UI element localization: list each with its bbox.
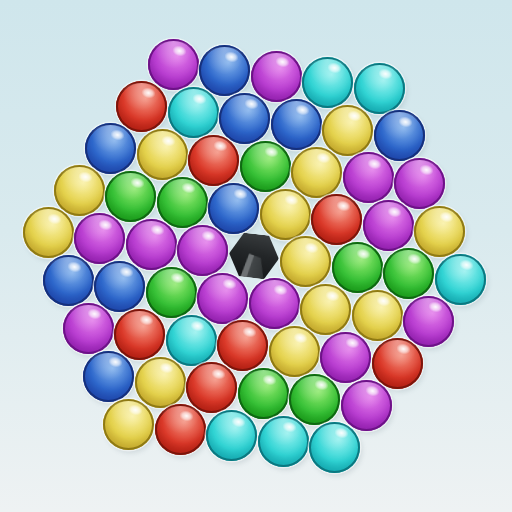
bubble-cyan <box>309 422 360 473</box>
bubble-sheen <box>192 137 235 165</box>
bubble-highlight <box>290 329 312 347</box>
bubble-highlight <box>169 42 191 60</box>
bubble-sheen <box>87 353 130 381</box>
bubble-yellow <box>322 105 373 156</box>
bubble-sheen <box>118 311 161 339</box>
bubble-cyan <box>258 416 309 467</box>
bubble-sheen <box>107 401 150 429</box>
bubble-sheen <box>336 244 379 272</box>
bubble-green <box>289 374 340 425</box>
bubble-magenta <box>126 219 177 270</box>
bubble-highlight <box>281 191 303 209</box>
bubble-sheen <box>387 250 430 278</box>
bubble-sheen <box>407 298 450 326</box>
bubble-green <box>105 171 156 222</box>
bubble-blue <box>271 99 322 150</box>
bubble-sheen <box>201 275 244 303</box>
bubble-highlight <box>220 48 242 66</box>
bubble-sheen <box>358 65 401 93</box>
bubble-sheen <box>295 149 338 177</box>
bubble-highlight <box>167 269 189 287</box>
bubble-yellow <box>291 147 342 198</box>
bubble-highlight <box>137 84 159 102</box>
bubble-sheen <box>130 221 173 249</box>
bubble-highlight <box>261 143 283 161</box>
bubble-red <box>186 362 237 413</box>
bubble-cyan <box>206 410 257 461</box>
bubble-blue <box>85 123 136 174</box>
bubble-sheen <box>244 143 287 171</box>
bubble-sheen <box>304 286 347 314</box>
bubble-sheen <box>89 125 132 153</box>
bubble-sheen <box>356 292 399 320</box>
bubble-highlight <box>115 263 137 281</box>
bubble-magenta <box>74 213 125 264</box>
bubble-blue <box>94 261 145 312</box>
bubble-magenta <box>148 39 199 90</box>
bubble-cyan <box>302 57 353 108</box>
bubble-red <box>372 338 423 389</box>
bubble-highlight <box>106 126 128 144</box>
bubble-highlight <box>126 174 148 192</box>
bubble-highlight <box>176 407 198 425</box>
bubble-yellow <box>103 399 154 450</box>
bubble-highlight <box>301 239 323 257</box>
bubble-highlight <box>343 107 365 125</box>
bubble-sheen <box>255 53 298 81</box>
bubble-magenta <box>341 380 392 431</box>
bubble-blue <box>219 93 270 144</box>
bubble-sheen <box>293 376 336 404</box>
bubble-yellow <box>352 290 403 341</box>
bubble-red <box>116 81 167 132</box>
bubble-cyan <box>166 315 217 366</box>
bubble-sheen <box>109 173 152 201</box>
bubble-highlight <box>124 401 146 419</box>
bubble-highlight <box>218 275 240 293</box>
bubble-sheen <box>120 83 163 111</box>
bubble-highlight <box>187 317 209 335</box>
bubble-highlight <box>330 424 352 442</box>
bubble-blue <box>43 255 94 306</box>
bubble-magenta <box>343 152 394 203</box>
bubble-red <box>114 309 165 360</box>
bubble-sheen <box>172 89 215 117</box>
bubble-highlight <box>229 185 251 203</box>
bubble-sheen <box>159 406 202 434</box>
bubble-sheen <box>139 359 182 387</box>
bubble-magenta <box>251 51 302 102</box>
hub-notch-face <box>227 231 282 280</box>
bubble-green <box>238 368 289 419</box>
bubble-magenta <box>63 303 114 354</box>
bubble-highlight <box>209 137 231 155</box>
bubble-sheen <box>347 154 390 182</box>
bubble-sheen <box>170 317 213 345</box>
bubble-highlight <box>44 210 66 228</box>
bubble-highlight <box>341 334 363 352</box>
bubble-highlight <box>321 287 343 305</box>
bubble-blue <box>374 110 425 161</box>
bubble-yellow <box>300 284 351 335</box>
bubble-highlight <box>227 413 249 431</box>
bubble-highlight <box>198 227 220 245</box>
bubble-sheen <box>203 47 246 75</box>
bubble-green <box>383 248 434 299</box>
bubble-highlight <box>189 90 211 108</box>
bubble-sheen <box>345 382 388 410</box>
bubble-sheen <box>242 370 285 398</box>
bubble-magenta <box>403 296 454 347</box>
bubble-yellow <box>260 189 311 240</box>
bubble-yellow <box>23 207 74 258</box>
bubble-highlight <box>393 340 415 358</box>
bubble-green <box>332 242 383 293</box>
bubble-green <box>240 141 291 192</box>
bubble-highlight <box>84 305 106 323</box>
bubble-sheen <box>67 305 110 333</box>
bubble-blue <box>83 351 134 402</box>
bubble-green <box>146 267 197 318</box>
bubble-highlight <box>373 292 395 310</box>
bubble-sheen <box>326 107 369 135</box>
bubble-highlight <box>353 245 375 263</box>
bubble-sheen <box>418 208 461 236</box>
bubble-yellow <box>135 357 186 408</box>
bubble-magenta <box>363 200 414 251</box>
bubble-sheen <box>284 238 327 266</box>
bubble-red <box>155 404 206 455</box>
bubble-highlight <box>364 155 386 173</box>
bubble-sheen <box>313 424 356 452</box>
bubble-highlight <box>362 382 384 400</box>
bubble-yellow <box>414 206 465 257</box>
bubble-blue <box>208 183 259 234</box>
bubble-highlight <box>238 323 260 341</box>
bubble-highlight <box>395 113 417 131</box>
bubble-highlight <box>64 258 86 276</box>
bubble-red <box>188 135 239 186</box>
bubble-sheen <box>315 196 358 224</box>
bubble-sheen <box>367 202 410 230</box>
bubble-yellow <box>269 326 320 377</box>
bubble-yellow <box>137 129 188 180</box>
bubble-highlight <box>259 371 281 389</box>
bubble-sheen <box>27 209 70 237</box>
bubble-yellow <box>280 236 331 287</box>
bubble-highlight <box>415 161 437 179</box>
bubble-yellow <box>54 165 105 216</box>
bubble-highlight <box>323 59 345 77</box>
bubble-highlight <box>292 101 314 119</box>
bubble-sheen <box>262 418 305 446</box>
bubble-highlight <box>435 208 457 226</box>
bubble-sheen <box>47 257 90 285</box>
bubble-highlight <box>147 221 169 239</box>
bubble-highlight <box>104 353 126 371</box>
bubble-sheen <box>253 280 296 308</box>
bubble-sheen <box>264 191 307 219</box>
bubble-sheen <box>212 185 255 213</box>
bubble-highlight <box>95 216 117 234</box>
bubble-highlight <box>135 311 157 329</box>
bubble-sheen <box>98 263 141 291</box>
bubble-highlight <box>207 365 229 383</box>
bubble-sheen <box>221 322 264 350</box>
bubble-sheen <box>141 131 184 159</box>
bubble-green <box>157 177 208 228</box>
bubble-sheen <box>58 167 101 195</box>
bubble-sheen <box>223 95 266 123</box>
bubble-highlight <box>310 376 332 394</box>
bubble-magenta <box>394 158 445 209</box>
bubble-sheen <box>378 112 421 140</box>
bubble-sheen <box>150 269 193 297</box>
bubble-sheen <box>210 412 253 440</box>
bubble-sheen <box>161 179 204 207</box>
bubble-highlight <box>75 168 97 186</box>
bubble-sheen <box>78 215 121 243</box>
bubble-cyan <box>168 87 219 138</box>
bubble-sheen <box>398 160 441 188</box>
bubble-magenta <box>249 278 300 329</box>
bubble-highlight <box>279 418 301 436</box>
bubble-highlight <box>240 95 262 113</box>
bubble-sheen <box>439 256 482 284</box>
bubble-highlight <box>375 65 397 83</box>
bubble-highlight <box>156 359 178 377</box>
bubble-sheen <box>376 340 419 368</box>
bubble-magenta <box>177 225 228 276</box>
bubble-sheen <box>275 101 318 129</box>
bubble-blue <box>199 45 250 96</box>
bubble-highlight <box>272 53 294 71</box>
bubble-highlight <box>270 281 292 299</box>
bubble-highlight <box>404 250 426 268</box>
center-hub-hexagon <box>227 231 282 280</box>
bubble-red <box>217 320 268 371</box>
bubble-magenta <box>320 332 371 383</box>
bubble-sheen <box>181 227 224 255</box>
bubble-highlight <box>312 149 334 167</box>
bubble-sheen <box>273 328 316 356</box>
bubble-highlight <box>178 179 200 197</box>
bubble-highlight <box>424 298 446 316</box>
bubble-sheen <box>152 41 195 69</box>
bubble-sheen <box>306 59 349 87</box>
bubble-highlight <box>456 256 478 274</box>
game-viewport <box>0 0 512 512</box>
bubble-sheen <box>324 334 367 362</box>
bubble-highlight <box>332 197 354 215</box>
bubble-red <box>311 194 362 245</box>
bubble-cyan <box>354 63 405 114</box>
bubble-sheen <box>190 364 233 392</box>
bubble-highlight <box>384 203 406 221</box>
bubble-magenta <box>197 273 248 324</box>
bubble-highlight <box>158 132 180 150</box>
bubble-cyan <box>435 254 486 305</box>
